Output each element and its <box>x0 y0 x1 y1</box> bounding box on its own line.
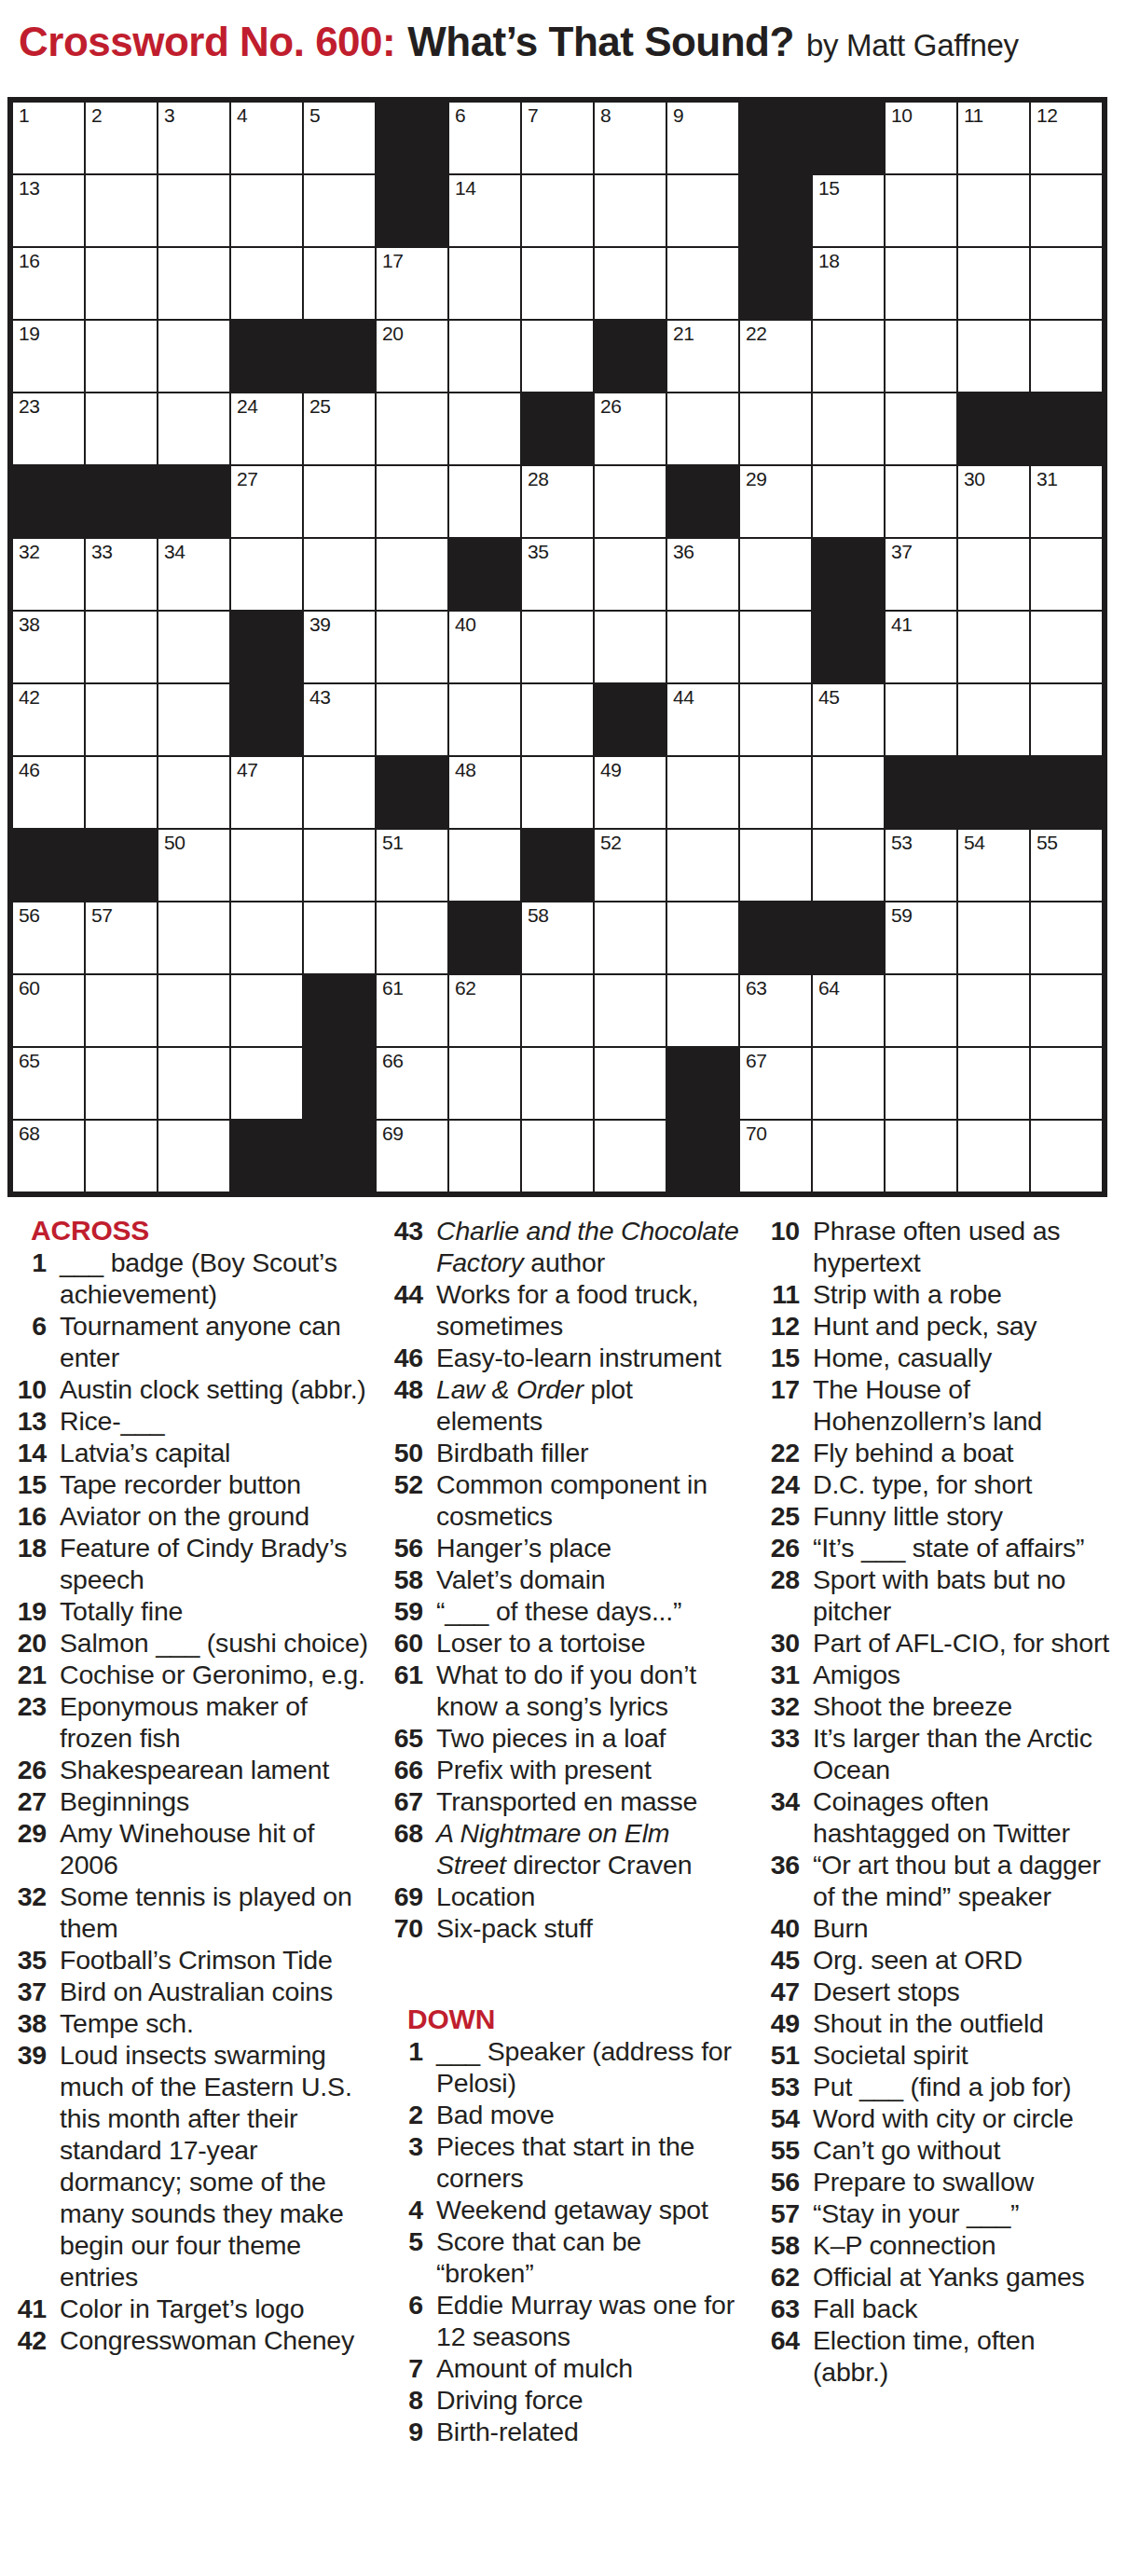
black-cell-r12c11 <box>739 902 812 974</box>
clue-number: 7 <box>391 2352 423 2384</box>
cell-r10c2[interactable] <box>85 756 158 829</box>
cell-r11c14[interactable]: 54 <box>957 829 1030 902</box>
cell-r2c1[interactable]: 13 <box>12 174 85 247</box>
clue-down-10: 10Phrase often used as hypertext <box>768 1215 1115 1278</box>
clue-text: Word with city or circle <box>813 2102 1115 2134</box>
cell-r11c13[interactable]: 53 <box>885 829 957 902</box>
cell-r7c13[interactable]: 37 <box>885 538 957 611</box>
cell-r14c11[interactable]: 67 <box>739 1047 812 1120</box>
cell-r1c7[interactable]: 6 <box>448 102 521 174</box>
cell-r8c10[interactable] <box>666 611 739 683</box>
cell-r5c13[interactable] <box>885 393 957 465</box>
clue-number: 19 <box>15 1595 47 1627</box>
cell-r11c9[interactable]: 52 <box>594 829 666 902</box>
cell-r8c14[interactable] <box>957 611 1030 683</box>
cell-r5c7[interactable] <box>448 393 521 465</box>
cell-r2c14[interactable] <box>957 174 1030 247</box>
black-cell-r10c13 <box>885 756 957 829</box>
clue-text: Eddie Murray was one for 12 seasons <box>436 2289 742 2352</box>
black-cell-r4c9 <box>594 320 666 393</box>
cell-number: 47 <box>237 759 257 780</box>
clue-across-65: 65Two pieces in a loaf <box>391 1722 742 1754</box>
cell-r13c13[interactable] <box>885 974 957 1047</box>
clue-number: 44 <box>391 1278 423 1342</box>
cell-r15c2[interactable] <box>85 1120 158 1192</box>
cell-r14c15[interactable] <box>1030 1047 1103 1120</box>
cell-r2c4[interactable] <box>230 174 303 247</box>
cell-r6c11[interactable]: 29 <box>739 465 812 538</box>
cell-r4c2[interactable] <box>85 320 158 393</box>
clue-number: 1 <box>391 2035 423 2099</box>
cell-number: 10 <box>891 104 912 126</box>
cell-r6c8[interactable]: 28 <box>521 465 594 538</box>
clue-text: Part of AFL-CIO, for short <box>813 1627 1115 1659</box>
black-cell-r14c10 <box>666 1047 739 1120</box>
cell-r5c4[interactable]: 24 <box>230 393 303 465</box>
clue-text: Easy-to-learn instrument <box>436 1342 742 1373</box>
clue-down-58: 58K–P connection <box>768 2229 1115 2261</box>
clue-down-54: 54Word with city or circle <box>768 2102 1115 2134</box>
cell-r11c7[interactable] <box>448 829 521 902</box>
clue-number: 36 <box>768 1849 800 1912</box>
cell-r10c12[interactable] <box>812 756 885 829</box>
cell-number: 32 <box>19 541 39 562</box>
cell-r10c10[interactable] <box>666 756 739 829</box>
clue-number: 6 <box>391 2289 423 2352</box>
clue-down-56: 56Prepare to swallow <box>768 2166 1115 2197</box>
cell-number: 65 <box>19 1050 39 1071</box>
cell-r2c12[interactable]: 15 <box>812 174 885 247</box>
cell-r7c14[interactable] <box>957 538 1030 611</box>
cell-r1c4[interactable]: 4 <box>230 102 303 174</box>
clue-text: Charlie and the Chocolate Factory author <box>436 1215 742 1278</box>
cell-r5c1[interactable]: 23 <box>12 393 85 465</box>
cell-r15c13[interactable] <box>885 1120 957 1192</box>
cell-r15c3[interactable] <box>158 1120 230 1192</box>
cell-r4c15[interactable] <box>1030 320 1103 393</box>
clue-down-12: 12Hunt and peck, say <box>768 1310 1115 1342</box>
cell-r11c5[interactable] <box>303 829 376 902</box>
cell-r11c4[interactable] <box>230 829 303 902</box>
clue-text: “It’s ___ state of affairs” <box>813 1532 1115 1564</box>
clue-number: 57 <box>768 2197 800 2229</box>
cell-r7c6[interactable] <box>376 538 448 611</box>
cell-r1c10[interactable]: 9 <box>666 102 739 174</box>
cell-r3c2[interactable] <box>85 247 158 320</box>
cell-r14c12[interactable] <box>812 1047 885 1120</box>
cell-r13c7[interactable]: 62 <box>448 974 521 1047</box>
black-cell-r5c8 <box>521 393 594 465</box>
cell-r7c10[interactable]: 36 <box>666 538 739 611</box>
clue-text: Feature of Cindy Brady’s speech <box>60 1532 371 1595</box>
clue-across-69: 69Location <box>391 1880 742 1912</box>
cell-number: 14 <box>455 177 475 199</box>
cell-r2c15[interactable] <box>1030 174 1103 247</box>
cell-r8c11[interactable] <box>739 611 812 683</box>
cell-r4c7[interactable] <box>448 320 521 393</box>
puzzle-number-title: Crossword No. 600: <box>19 19 395 65</box>
cell-r2c5[interactable] <box>303 174 376 247</box>
cell-r9c14[interactable] <box>957 683 1030 756</box>
cell-r4c6[interactable]: 20 <box>376 320 448 393</box>
cell-r11c12[interactable] <box>812 829 885 902</box>
cell-r2c9[interactable] <box>594 174 666 247</box>
clue-text: “Or art thou but a dagger of the mind” s… <box>813 1849 1115 1912</box>
cell-r1c3[interactable]: 3 <box>158 102 230 174</box>
cell-r14c7[interactable] <box>448 1047 521 1120</box>
cell-r14c13[interactable] <box>885 1047 957 1120</box>
cell-r13c4[interactable] <box>230 974 303 1047</box>
cell-r4c13[interactable] <box>885 320 957 393</box>
clue-across-26: 26Shakespearean lament <box>15 1754 371 1785</box>
cell-r9c5[interactable]: 43 <box>303 683 376 756</box>
clue-across-27: 27Beginnings <box>15 1785 371 1817</box>
clue-text: Tempe sch. <box>60 2007 371 2039</box>
cell-r11c3[interactable]: 50 <box>158 829 230 902</box>
clue-down-47: 47Desert stops <box>768 1976 1115 2007</box>
cell-r5c3[interactable] <box>158 393 230 465</box>
cell-r10c3[interactable] <box>158 756 230 829</box>
cell-r14c8[interactable] <box>521 1047 594 1120</box>
cell-r15c12[interactable] <box>812 1120 885 1192</box>
cell-r3c10[interactable] <box>666 247 739 320</box>
cell-r3c3[interactable] <box>158 247 230 320</box>
cell-r12c3[interactable] <box>158 902 230 974</box>
clue-number: 30 <box>768 1627 800 1659</box>
cell-r8c7[interactable]: 40 <box>448 611 521 683</box>
clue-text: It’s larger than the Arctic Ocean <box>813 1722 1115 1785</box>
clue-number: 24 <box>768 1468 800 1500</box>
black-cell-r8c4 <box>230 611 303 683</box>
clue-across-70: 70Six-pack stuff <box>391 1912 742 1944</box>
cell-r14c9[interactable] <box>594 1047 666 1120</box>
cell-r12c1[interactable]: 56 <box>12 902 85 974</box>
cell-r11c6[interactable]: 51 <box>376 829 448 902</box>
cell-r12c5[interactable] <box>303 902 376 974</box>
cell-r8c1[interactable]: 38 <box>12 611 85 683</box>
black-cell-r7c12 <box>812 538 885 611</box>
cell-r5c9[interactable]: 26 <box>594 393 666 465</box>
cell-r10c1[interactable]: 46 <box>12 756 85 829</box>
clue-text: Amount of mulch <box>436 2352 742 2384</box>
black-cell-r10c14 <box>957 756 1030 829</box>
black-cell-r1c12 <box>812 102 885 174</box>
cell-r12c8[interactable]: 58 <box>521 902 594 974</box>
clue-text: Desert stops <box>813 1976 1115 2007</box>
cell-r4c14[interactable] <box>957 320 1030 393</box>
cell-r9c6[interactable] <box>376 683 448 756</box>
cell-number: 28 <box>528 468 548 489</box>
cell-r11c10[interactable] <box>666 829 739 902</box>
cell-r14c3[interactable] <box>158 1047 230 1120</box>
cell-r1c15[interactable]: 12 <box>1030 102 1103 174</box>
cell-r6c14[interactable]: 30 <box>957 465 1030 538</box>
black-cell-r10c15 <box>1030 756 1103 829</box>
clue-text: Football’s Crimson Tide <box>60 1944 371 1976</box>
clue-number: 34 <box>768 1785 800 1849</box>
cell-r15c9[interactable] <box>594 1120 666 1192</box>
cell-r3c13[interactable] <box>885 247 957 320</box>
cell-r1c2[interactable]: 2 <box>85 102 158 174</box>
black-cell-r15c10 <box>666 1120 739 1192</box>
cell-r15c15[interactable] <box>1030 1120 1103 1192</box>
cell-r12c15[interactable] <box>1030 902 1103 974</box>
cell-r10c7[interactable]: 48 <box>448 756 521 829</box>
cell-number: 40 <box>455 613 475 635</box>
cell-r5c12[interactable] <box>812 393 885 465</box>
cell-number: 8 <box>600 104 611 126</box>
clue-number: 10 <box>768 1215 800 1278</box>
black-cell-r8c12 <box>812 611 885 683</box>
cell-number: 35 <box>528 541 548 562</box>
clue-down-34: 34Coinages often hashtagged on Twitter <box>768 1785 1115 1849</box>
clue-across-44: 44Works for a food truck, sometimes <box>391 1278 742 1342</box>
cell-r10c4[interactable]: 47 <box>230 756 303 829</box>
cell-r8c15[interactable] <box>1030 611 1103 683</box>
cell-r13c15[interactable] <box>1030 974 1103 1047</box>
clue-down-25: 25Funny little story <box>768 1500 1115 1532</box>
cell-r6c15[interactable]: 31 <box>1030 465 1103 538</box>
page-title: Crossword No. 600: What’s That Sound? by… <box>19 19 1019 65</box>
cell-r1c8[interactable]: 7 <box>521 102 594 174</box>
cell-r13c2[interactable] <box>85 974 158 1047</box>
cell-r2c3[interactable] <box>158 174 230 247</box>
cell-number: 30 <box>964 468 984 489</box>
cell-r13c14[interactable] <box>957 974 1030 1047</box>
cell-r15c7[interactable] <box>448 1120 521 1192</box>
cell-r9c3[interactable] <box>158 683 230 756</box>
cell-r13c12[interactable]: 64 <box>812 974 885 1047</box>
cell-r14c4[interactable] <box>230 1047 303 1120</box>
cell-r12c13[interactable]: 59 <box>885 902 957 974</box>
cell-number: 17 <box>382 250 403 271</box>
clue-text: Color in Target’s logo <box>60 2293 371 2324</box>
cell-r14c14[interactable] <box>957 1047 1030 1120</box>
cell-number: 11 <box>964 104 983 126</box>
cell-r5c10[interactable] <box>666 393 739 465</box>
cell-r11c15[interactable]: 55 <box>1030 829 1103 902</box>
clue-across-41: 41Color in Target’s logo <box>15 2293 371 2324</box>
cell-r3c9[interactable] <box>594 247 666 320</box>
cell-number: 68 <box>19 1123 39 1144</box>
cell-r8c8[interactable] <box>521 611 594 683</box>
cell-number: 21 <box>673 323 693 344</box>
cell-r14c1[interactable]: 65 <box>12 1047 85 1120</box>
cell-r8c2[interactable] <box>85 611 158 683</box>
cell-r7c2[interactable]: 33 <box>85 538 158 611</box>
cell-r9c8[interactable] <box>521 683 594 756</box>
cell-r6c9[interactable] <box>594 465 666 538</box>
cell-r15c11[interactable]: 70 <box>739 1120 812 1192</box>
cell-r5c5[interactable]: 25 <box>303 393 376 465</box>
cell-r6c4[interactable]: 27 <box>230 465 303 538</box>
cell-r13c8[interactable] <box>521 974 594 1047</box>
clue-number: 52 <box>391 1468 423 1532</box>
black-cell-r5c14 <box>957 393 1030 465</box>
cell-r6c5[interactable] <box>303 465 376 538</box>
cell-r6c7[interactable] <box>448 465 521 538</box>
cell-number: 51 <box>382 832 403 853</box>
clue-text: Common component in cosmetics <box>436 1468 742 1532</box>
cell-r1c13[interactable]: 10 <box>885 102 957 174</box>
cell-r9c10[interactable]: 44 <box>666 683 739 756</box>
clue-text: Latvia’s capital <box>60 1437 371 1468</box>
clue-text: Official at Yanks games <box>813 2261 1115 2293</box>
cell-number: 52 <box>600 832 621 853</box>
cell-r5c11[interactable] <box>739 393 812 465</box>
cell-r12c9[interactable] <box>594 902 666 974</box>
cell-number: 34 <box>164 541 185 562</box>
clue-number: 37 <box>15 1976 47 2007</box>
cell-r14c2[interactable] <box>85 1047 158 1120</box>
cell-r8c3[interactable] <box>158 611 230 683</box>
clue-across-66: 66Prefix with present <box>391 1754 742 1785</box>
cell-r2c7[interactable]: 14 <box>448 174 521 247</box>
cell-r1c5[interactable]: 5 <box>303 102 376 174</box>
cell-r8c5[interactable]: 39 <box>303 611 376 683</box>
cell-r10c11[interactable] <box>739 756 812 829</box>
cell-r3c4[interactable] <box>230 247 303 320</box>
cell-r13c6[interactable]: 61 <box>376 974 448 1047</box>
black-cell-r11c8 <box>521 829 594 902</box>
clue-number: 67 <box>391 1785 423 1817</box>
cell-r7c1[interactable]: 32 <box>12 538 85 611</box>
cell-r9c1[interactable]: 42 <box>12 683 85 756</box>
cell-r15c8[interactable] <box>521 1120 594 1192</box>
cell-r15c14[interactable] <box>957 1120 1030 1192</box>
cell-r12c6[interactable] <box>376 902 448 974</box>
cell-r15c6[interactable]: 69 <box>376 1120 448 1192</box>
cell-r4c3[interactable] <box>158 320 230 393</box>
cell-r8c13[interactable]: 41 <box>885 611 957 683</box>
cell-r3c8[interactable] <box>521 247 594 320</box>
cell-r9c2[interactable] <box>85 683 158 756</box>
cell-r3c5[interactable] <box>303 247 376 320</box>
cell-r4c1[interactable]: 19 <box>12 320 85 393</box>
cell-r6c6[interactable] <box>376 465 448 538</box>
clue-text: Location <box>436 1880 742 1912</box>
clue-down-63: 63Fall back <box>768 2293 1115 2324</box>
cell-r3c14[interactable] <box>957 247 1030 320</box>
clue-across-13: 13Rice-___ <box>15 1405 371 1437</box>
cell-r9c11[interactable] <box>739 683 812 756</box>
cell-r6c12[interactable] <box>812 465 885 538</box>
cell-r13c9[interactable] <box>594 974 666 1047</box>
cell-r8c6[interactable] <box>376 611 448 683</box>
cell-r15c1[interactable]: 68 <box>12 1120 85 1192</box>
cell-number: 3 <box>164 104 174 126</box>
cell-r3c15[interactable] <box>1030 247 1103 320</box>
cell-r4c8[interactable] <box>521 320 594 393</box>
cell-r7c5[interactable] <box>303 538 376 611</box>
cell-r7c9[interactable] <box>594 538 666 611</box>
cell-r5c2[interactable] <box>85 393 158 465</box>
cell-r7c8[interactable]: 35 <box>521 538 594 611</box>
black-cell-r11c2 <box>85 829 158 902</box>
clue-text: A Nightmare on Elm Street director Crave… <box>436 1817 742 1880</box>
clue-text: What to do if you don’t know a song’s ly… <box>436 1659 742 1722</box>
clue-down-5: 5Score that can be “broken” <box>391 2225 742 2289</box>
cell-r5c6[interactable] <box>376 393 448 465</box>
cell-r13c1[interactable]: 60 <box>12 974 85 1047</box>
cell-r4c10[interactable]: 21 <box>666 320 739 393</box>
cell-r13c10[interactable] <box>666 974 739 1047</box>
cell-r10c8[interactable] <box>521 756 594 829</box>
black-cell-r6c3 <box>158 465 230 538</box>
clue-text: Six-pack stuff <box>436 1912 742 1944</box>
cell-number: 64 <box>818 977 839 999</box>
cell-r1c14[interactable]: 11 <box>957 102 1030 174</box>
clue-number: 53 <box>768 2071 800 2102</box>
cell-r10c9[interactable]: 49 <box>594 756 666 829</box>
clue-number: 6 <box>15 1310 47 1373</box>
clue-number: 41 <box>15 2293 47 2324</box>
cell-r2c13[interactable] <box>885 174 957 247</box>
clue-down-22: 22Fly behind a boat <box>768 1437 1115 1468</box>
cell-r1c9[interactable]: 8 <box>594 102 666 174</box>
cell-r12c4[interactable] <box>230 902 303 974</box>
cell-r6c13[interactable] <box>885 465 957 538</box>
cell-r14c6[interactable]: 66 <box>376 1047 448 1120</box>
cell-number: 1 <box>19 104 29 126</box>
cell-number: 27 <box>237 468 257 489</box>
cell-number: 50 <box>164 832 185 853</box>
cell-r8c9[interactable] <box>594 611 666 683</box>
clue-text: Can’t go without <box>813 2134 1115 2166</box>
cell-r3c7[interactable] <box>448 247 521 320</box>
cell-r9c15[interactable] <box>1030 683 1103 756</box>
cell-r7c15[interactable] <box>1030 538 1103 611</box>
cell-r9c12[interactable]: 45 <box>812 683 885 756</box>
cell-r3c1[interactable]: 16 <box>12 247 85 320</box>
cell-r7c11[interactable] <box>739 538 812 611</box>
cell-r9c7[interactable] <box>448 683 521 756</box>
clue-down-57: 57“Stay in your ___” <box>768 2197 1115 2229</box>
cell-r4c12[interactable] <box>812 320 885 393</box>
cell-r4c11[interactable]: 22 <box>739 320 812 393</box>
cell-r3c6[interactable]: 17 <box>376 247 448 320</box>
cell-r12c14[interactable] <box>957 902 1030 974</box>
cell-r3c12[interactable]: 18 <box>812 247 885 320</box>
clue-number: 58 <box>768 2229 800 2261</box>
cell-r13c11[interactable]: 63 <box>739 974 812 1047</box>
cell-r10c5[interactable] <box>303 756 376 829</box>
crossword-grid: 1234567891011121314151617181920212223242… <box>7 97 1107 1197</box>
cell-r2c10[interactable] <box>666 174 739 247</box>
cell-r13c3[interactable] <box>158 974 230 1047</box>
cell-r12c10[interactable] <box>666 902 739 974</box>
clue-text: Pieces that start in the corners <box>436 2130 742 2194</box>
black-cell-r13c5 <box>303 974 376 1047</box>
cell-r1c1[interactable]: 1 <box>12 102 85 174</box>
cell-r7c4[interactable] <box>230 538 303 611</box>
clue-across-59: 59“___ of these days...” <box>391 1595 742 1627</box>
clue-text: D.C. type, for short <box>813 1468 1115 1500</box>
cell-number: 42 <box>19 686 39 708</box>
cell-r9c13[interactable] <box>885 683 957 756</box>
cell-r2c8[interactable] <box>521 174 594 247</box>
cell-r7c3[interactable]: 34 <box>158 538 230 611</box>
clue-text: K–P connection <box>813 2229 1115 2261</box>
cell-r11c11[interactable] <box>739 829 812 902</box>
clue-text: Sport with bats but no pitcher <box>813 1564 1115 1627</box>
clue-text: Aviator on the ground <box>60 1500 371 1532</box>
clue-text: Hunt and peck, say <box>813 1310 1115 1342</box>
cell-r12c2[interactable]: 57 <box>85 902 158 974</box>
clue-text: Fall back <box>813 2293 1115 2324</box>
cell-r2c2[interactable] <box>85 174 158 247</box>
clue-down-62: 62Official at Yanks games <box>768 2261 1115 2293</box>
